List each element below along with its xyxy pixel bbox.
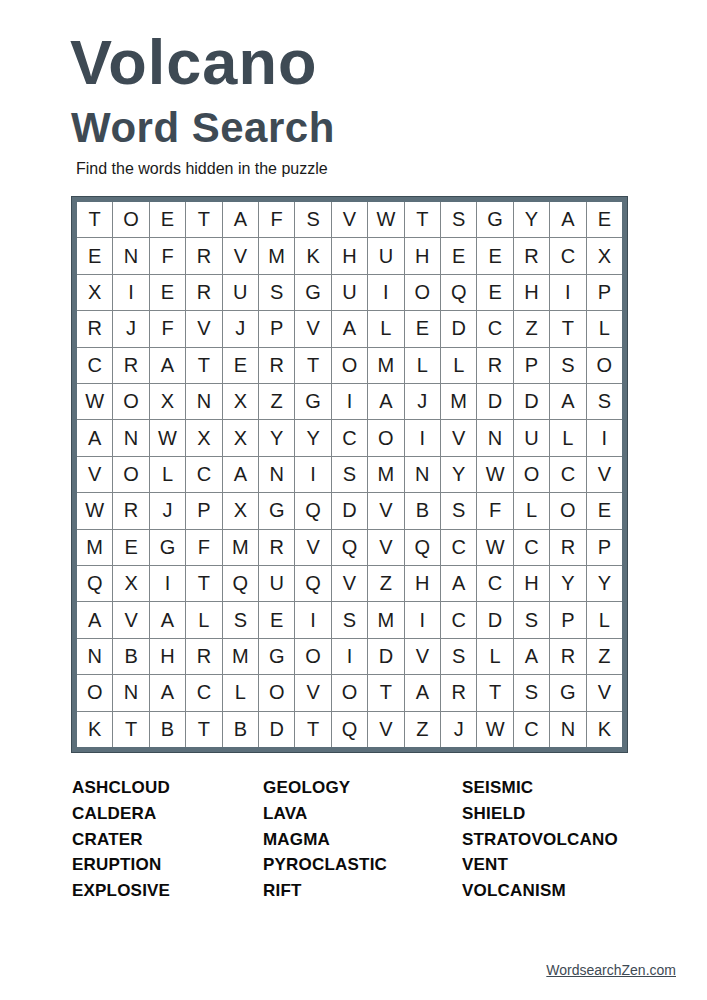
grid-cell[interactable]: C bbox=[332, 420, 367, 455]
grid-cell[interactable]: E bbox=[405, 311, 440, 346]
grid-cell[interactable]: Y bbox=[514, 202, 549, 237]
grid-cell[interactable]: C bbox=[77, 348, 112, 383]
grid-cell[interactable]: X bbox=[186, 420, 221, 455]
grid-cell[interactable]: E bbox=[150, 275, 185, 310]
grid-cell[interactable]: Q bbox=[77, 566, 112, 601]
grid-cell[interactable]: S bbox=[514, 675, 549, 710]
grid-cell[interactable]: T bbox=[186, 348, 221, 383]
grid-cell[interactable]: V bbox=[295, 530, 330, 565]
grid-cell[interactable]: J bbox=[113, 311, 148, 346]
grid-cell[interactable]: K bbox=[587, 712, 622, 747]
word-item: EXPLOSIVE bbox=[72, 878, 263, 904]
grid-cell[interactable]: M bbox=[368, 602, 403, 637]
grid-cell[interactable]: M bbox=[223, 639, 258, 674]
grid-cell[interactable]: R bbox=[113, 348, 148, 383]
grid-cell[interactable]: C bbox=[477, 566, 512, 601]
grid-cell[interactable]: X bbox=[223, 420, 258, 455]
word-item: VOLCANISM bbox=[462, 878, 642, 904]
grid-cell[interactable]: J bbox=[223, 311, 258, 346]
grid-cell[interactable]: C bbox=[477, 311, 512, 346]
grid-cell[interactable]: U bbox=[332, 275, 367, 310]
word-item: VENT bbox=[462, 852, 642, 878]
grid-cell[interactable]: T bbox=[295, 712, 330, 747]
grid-cell[interactable]: I bbox=[405, 420, 440, 455]
grid-cell[interactable]: L bbox=[150, 457, 185, 492]
grid-cell[interactable]: O bbox=[77, 675, 112, 710]
grid-cell[interactable]: C bbox=[441, 530, 476, 565]
grid-cell[interactable]: J bbox=[441, 712, 476, 747]
grid-cell[interactable]: C bbox=[514, 712, 549, 747]
word-list: ASHCLOUDCALDERACRATERERUPTIONEXPLOSIVE G… bbox=[72, 775, 642, 904]
grid-cell[interactable]: X bbox=[587, 238, 622, 273]
grid-cell[interactable]: D bbox=[441, 311, 476, 346]
grid-cell[interactable]: R bbox=[186, 238, 221, 273]
grid-cell[interactable]: V bbox=[295, 311, 330, 346]
grid-cell[interactable]: O bbox=[113, 202, 148, 237]
grid-cell[interactable]: R bbox=[77, 311, 112, 346]
grid-cell[interactable]: G bbox=[259, 639, 294, 674]
grid-cell[interactable]: S bbox=[441, 639, 476, 674]
grid-cell[interactable]: F bbox=[186, 530, 221, 565]
grid-cell[interactable]: E bbox=[477, 275, 512, 310]
grid-cell[interactable]: B bbox=[113, 639, 148, 674]
grid-cell[interactable]: G bbox=[550, 675, 585, 710]
grid-cell[interactable]: F bbox=[150, 311, 185, 346]
grid-cell[interactable]: X bbox=[150, 384, 185, 419]
grid-cell[interactable]: V bbox=[587, 675, 622, 710]
grid-cell[interactable]: R bbox=[186, 275, 221, 310]
grid-cell[interactable]: Z bbox=[259, 384, 294, 419]
grid-cell[interactable]: O bbox=[259, 675, 294, 710]
grid-cell[interactable]: A bbox=[77, 420, 112, 455]
grid-cell[interactable]: U bbox=[368, 238, 403, 273]
grid-cell[interactable]: V bbox=[368, 530, 403, 565]
grid-cell[interactable]: I bbox=[405, 602, 440, 637]
grid-cell[interactable]: M bbox=[223, 530, 258, 565]
grid-cell[interactable]: A bbox=[550, 202, 585, 237]
grid-cell[interactable]: S bbox=[332, 457, 367, 492]
grid-cell[interactable]: V bbox=[186, 311, 221, 346]
grid-cell[interactable]: W bbox=[477, 530, 512, 565]
grid-cell[interactable]: T bbox=[186, 202, 221, 237]
grid-cell[interactable]: I bbox=[295, 457, 330, 492]
grid-cell[interactable]: I bbox=[113, 275, 148, 310]
grid-cell[interactable]: Y bbox=[259, 420, 294, 455]
grid-cell[interactable]: N bbox=[477, 420, 512, 455]
grid-cell[interactable]: D bbox=[514, 384, 549, 419]
grid-cell[interactable]: A bbox=[77, 602, 112, 637]
grid-cell[interactable]: L bbox=[441, 348, 476, 383]
grid-cell[interactable]: Y bbox=[295, 420, 330, 455]
grid-cell[interactable]: T bbox=[368, 675, 403, 710]
grid-cell[interactable]: S bbox=[587, 384, 622, 419]
grid-cell[interactable]: X bbox=[113, 566, 148, 601]
grid-cell[interactable]: E bbox=[259, 602, 294, 637]
grid-cell[interactable]: O bbox=[332, 348, 367, 383]
grid-cell[interactable]: L bbox=[550, 420, 585, 455]
grid-cell[interactable]: V bbox=[368, 712, 403, 747]
grid-cell[interactable]: O bbox=[405, 275, 440, 310]
grid-cell[interactable]: F bbox=[477, 493, 512, 528]
grid-cell[interactable]: N bbox=[405, 457, 440, 492]
grid-cell[interactable]: D bbox=[477, 384, 512, 419]
grid-cell[interactable]: I bbox=[587, 420, 622, 455]
grid-cell[interactable]: I bbox=[150, 566, 185, 601]
grid-cell[interactable]: H bbox=[514, 275, 549, 310]
grid-cell[interactable]: E bbox=[587, 202, 622, 237]
grid-cell[interactable]: W bbox=[77, 384, 112, 419]
word-item: LAVA bbox=[263, 801, 462, 827]
grid-cell[interactable]: A bbox=[368, 384, 403, 419]
grid-cell[interactable]: W bbox=[150, 420, 185, 455]
grid-cell[interactable]: D bbox=[477, 602, 512, 637]
grid-cell[interactable]: C bbox=[514, 530, 549, 565]
grid-cell[interactable]: U bbox=[259, 566, 294, 601]
grid-cell[interactable]: I bbox=[550, 275, 585, 310]
word-item: SHIELD bbox=[462, 801, 642, 827]
grid-cell[interactable]: O bbox=[113, 384, 148, 419]
grid-cell[interactable]: T bbox=[113, 712, 148, 747]
grid-cell[interactable]: Q bbox=[332, 712, 367, 747]
grid-cell[interactable]: O bbox=[368, 420, 403, 455]
grid-cell[interactable]: N bbox=[113, 238, 148, 273]
grid-cell[interactable]: Y bbox=[587, 566, 622, 601]
grid-cell[interactable]: S bbox=[332, 602, 367, 637]
grid-cell[interactable]: T bbox=[405, 202, 440, 237]
grid-cell[interactable]: R bbox=[113, 493, 148, 528]
grid-cell[interactable]: L bbox=[587, 602, 622, 637]
grid-cell[interactable]: R bbox=[186, 639, 221, 674]
word-list-column-1: ASHCLOUDCALDERACRATERERUPTIONEXPLOSIVE bbox=[72, 775, 263, 904]
grid-cell[interactable]: C bbox=[550, 457, 585, 492]
grid-cell[interactable]: L bbox=[223, 675, 258, 710]
grid-cell[interactable]: O bbox=[332, 675, 367, 710]
grid-cell[interactable]: P bbox=[587, 530, 622, 565]
grid-cell[interactable]: Z bbox=[587, 639, 622, 674]
grid-cell[interactable]: Y bbox=[441, 457, 476, 492]
grid-cell[interactable]: E bbox=[223, 348, 258, 383]
grid-cell[interactable]: X bbox=[223, 384, 258, 419]
grid-cell[interactable]: R bbox=[550, 530, 585, 565]
grid-cell[interactable]: B bbox=[150, 712, 185, 747]
grid-cell[interactable]: E bbox=[441, 238, 476, 273]
grid-cell[interactable]: A bbox=[150, 675, 185, 710]
grid-cell[interactable]: M bbox=[77, 530, 112, 565]
grid-cell[interactable]: A bbox=[223, 202, 258, 237]
grid-cell[interactable]: Q bbox=[295, 493, 330, 528]
grid-cell[interactable]: V bbox=[223, 238, 258, 273]
grid-cell[interactable]: D bbox=[259, 712, 294, 747]
grid-cell[interactable]: R bbox=[259, 530, 294, 565]
grid-cell[interactable]: G bbox=[259, 493, 294, 528]
grid-cell[interactable]: P bbox=[550, 602, 585, 637]
grid-cell[interactable]: K bbox=[77, 712, 112, 747]
grid-cell[interactable]: F bbox=[259, 202, 294, 237]
grid-cell[interactable]: S bbox=[550, 348, 585, 383]
grid-cell[interactable]: E bbox=[587, 493, 622, 528]
grid-cell[interactable]: I bbox=[332, 384, 367, 419]
grid-cell[interactable]: T bbox=[550, 311, 585, 346]
grid-cell[interactable]: Z bbox=[405, 712, 440, 747]
grid-cell[interactable]: N bbox=[550, 712, 585, 747]
grid-cell[interactable]: V bbox=[441, 420, 476, 455]
grid-cell[interactable]: C bbox=[186, 457, 221, 492]
grid-cell[interactable]: N bbox=[186, 384, 221, 419]
grid-cell[interactable]: E bbox=[150, 202, 185, 237]
grid-cell[interactable]: I bbox=[332, 639, 367, 674]
grid-cell[interactable]: O bbox=[550, 493, 585, 528]
grid-cell[interactable]: V bbox=[113, 602, 148, 637]
grid-cell[interactable]: G bbox=[295, 275, 330, 310]
grid-cell[interactable]: H bbox=[405, 566, 440, 601]
grid-cell[interactable]: M bbox=[441, 384, 476, 419]
grid-cell[interactable]: G bbox=[477, 202, 512, 237]
grid-cell[interactable]: X bbox=[223, 493, 258, 528]
grid-cell[interactable]: D bbox=[332, 493, 367, 528]
grid-cell[interactable]: P bbox=[587, 275, 622, 310]
word-item: MAGMA bbox=[263, 827, 462, 853]
grid-cell[interactable]: Q bbox=[223, 566, 258, 601]
grid-cell[interactable]: J bbox=[405, 384, 440, 419]
grid-cell[interactable]: M bbox=[368, 348, 403, 383]
grid-cell[interactable]: V bbox=[77, 457, 112, 492]
grid-cell[interactable]: G bbox=[150, 530, 185, 565]
grid-cell[interactable]: S bbox=[295, 202, 330, 237]
grid-cell[interactable]: S bbox=[259, 275, 294, 310]
grid-cell[interactable]: O bbox=[295, 639, 330, 674]
grid-cell[interactable]: N bbox=[113, 675, 148, 710]
grid-cell[interactable]: I bbox=[368, 275, 403, 310]
word-item: RIFT bbox=[263, 878, 462, 904]
grid-cell[interactable]: L bbox=[587, 311, 622, 346]
grid-cell[interactable]: Y bbox=[550, 566, 585, 601]
puzzle-page: Volcano Word Search Find the words hidde… bbox=[0, 0, 707, 1000]
grid-cell[interactable]: J bbox=[150, 493, 185, 528]
grid-cell[interactable]: O bbox=[514, 457, 549, 492]
grid-cell[interactable]: U bbox=[514, 420, 549, 455]
grid-cell[interactable]: Z bbox=[514, 311, 549, 346]
grid-cell[interactable]: X bbox=[77, 275, 112, 310]
grid-cell[interactable]: L bbox=[405, 348, 440, 383]
grid-cell[interactable]: Q bbox=[295, 566, 330, 601]
grid-cell[interactable]: W bbox=[477, 712, 512, 747]
grid-cell[interactable]: O bbox=[113, 457, 148, 492]
grid-cell[interactable]: A bbox=[514, 639, 549, 674]
grid-cell[interactable]: L bbox=[186, 602, 221, 637]
grid-cell[interactable]: F bbox=[150, 238, 185, 273]
grid-cell[interactable]: W bbox=[368, 202, 403, 237]
word-item: CALDERA bbox=[72, 801, 263, 827]
grid-cell[interactable]: S bbox=[223, 602, 258, 637]
grid-cell[interactable]: R bbox=[441, 675, 476, 710]
grid-cell[interactable]: V bbox=[405, 639, 440, 674]
word-list-column-3: SEISMICSHIELDSTRATOVOLCANOVENTVOLCANISM bbox=[462, 775, 642, 904]
grid-cell[interactable]: A bbox=[150, 602, 185, 637]
instructions: Find the words hidden in the puzzle bbox=[76, 160, 328, 178]
grid-cell[interactable]: P bbox=[259, 311, 294, 346]
grid-cell[interactable]: R bbox=[259, 348, 294, 383]
grid-cell[interactable]: V bbox=[368, 493, 403, 528]
grid-cell[interactable]: R bbox=[477, 348, 512, 383]
grid-cell[interactable]: H bbox=[150, 639, 185, 674]
grid-cell[interactable]: T bbox=[77, 202, 112, 237]
grid-cell[interactable]: U bbox=[223, 275, 258, 310]
grid-cell[interactable]: A bbox=[332, 311, 367, 346]
grid-cell[interactable]: Q bbox=[405, 530, 440, 565]
word-search-grid: TOETAFSVWTSGYAEENFRVMKHUHEERCXXIERUSGUIO… bbox=[72, 197, 627, 752]
grid-cell[interactable]: T bbox=[295, 348, 330, 383]
grid-cell[interactable]: E bbox=[113, 530, 148, 565]
grid-cell[interactable]: V bbox=[332, 202, 367, 237]
grid-cell[interactable]: S bbox=[441, 493, 476, 528]
grid-cell[interactable]: C bbox=[441, 602, 476, 637]
grid-cell[interactable]: R bbox=[550, 639, 585, 674]
grid-cell[interactable]: Q bbox=[332, 530, 367, 565]
grid-cell[interactable]: W bbox=[77, 493, 112, 528]
word-item: SEISMIC bbox=[462, 775, 642, 801]
grid-cell[interactable]: V bbox=[587, 457, 622, 492]
page-title: Volcano bbox=[70, 26, 317, 98]
grid-cell[interactable]: A bbox=[405, 675, 440, 710]
word-list-column-2: GEOLOGYLAVAMAGMAPYROCLASTICRIFT bbox=[263, 775, 462, 904]
grid-cell[interactable]: N bbox=[113, 420, 148, 455]
grid-cell[interactable]: M bbox=[259, 238, 294, 273]
grid-cell[interactable]: B bbox=[405, 493, 440, 528]
grid-cell[interactable]: O bbox=[587, 348, 622, 383]
word-item: ASHCLOUD bbox=[72, 775, 263, 801]
grid-cell[interactable]: N bbox=[77, 639, 112, 674]
grid-cell[interactable]: V bbox=[332, 566, 367, 601]
grid-cell[interactable]: Q bbox=[441, 275, 476, 310]
grid-cell[interactable]: C bbox=[186, 675, 221, 710]
grid-cell[interactable]: M bbox=[368, 457, 403, 492]
grid-cell[interactable]: R bbox=[514, 238, 549, 273]
grid-cell[interactable]: T bbox=[186, 712, 221, 747]
grid-cell[interactable]: E bbox=[477, 238, 512, 273]
grid-cell[interactable]: P bbox=[186, 493, 221, 528]
grid-cell[interactable]: H bbox=[514, 566, 549, 601]
grid-cell[interactable]: D bbox=[368, 639, 403, 674]
grid-cell[interactable]: V bbox=[295, 675, 330, 710]
grid-cell[interactable]: A bbox=[150, 348, 185, 383]
word-item: ERUPTION bbox=[72, 852, 263, 878]
grid-cell[interactable]: L bbox=[368, 311, 403, 346]
grid-cell[interactable]: B bbox=[223, 712, 258, 747]
grid-cell[interactable]: S bbox=[441, 202, 476, 237]
grid-cell[interactable]: A bbox=[550, 384, 585, 419]
grid-cell[interactable]: L bbox=[514, 493, 549, 528]
grid-cell[interactable]: H bbox=[405, 238, 440, 273]
grid-cell[interactable]: L bbox=[477, 639, 512, 674]
word-item: STRATOVOLCANO bbox=[462, 827, 642, 853]
grid-cell[interactable]: I bbox=[295, 602, 330, 637]
grid-cell[interactable]: K bbox=[295, 238, 330, 273]
grid-cell[interactable]: E bbox=[77, 238, 112, 273]
grid-cell[interactable]: T bbox=[186, 566, 221, 601]
footer-link[interactable]: WordsearchZen.com bbox=[546, 962, 676, 978]
grid-cell[interactable]: Z bbox=[368, 566, 403, 601]
grid-cell[interactable]: T bbox=[477, 675, 512, 710]
grid-cell[interactable]: A bbox=[441, 566, 476, 601]
page-subtitle: Word Search bbox=[71, 104, 335, 152]
grid-cell[interactable]: N bbox=[259, 457, 294, 492]
grid-cell[interactable]: P bbox=[514, 348, 549, 383]
grid-cell[interactable]: G bbox=[295, 384, 330, 419]
word-item: CRATER bbox=[72, 827, 263, 853]
grid-cell[interactable]: C bbox=[550, 238, 585, 273]
grid-cell[interactable]: S bbox=[514, 602, 549, 637]
word-item: GEOLOGY bbox=[263, 775, 462, 801]
word-item: PYROCLASTIC bbox=[263, 852, 462, 878]
grid-cell[interactable]: W bbox=[477, 457, 512, 492]
grid-cell[interactable]: H bbox=[332, 238, 367, 273]
grid-cell[interactable]: A bbox=[223, 457, 258, 492]
